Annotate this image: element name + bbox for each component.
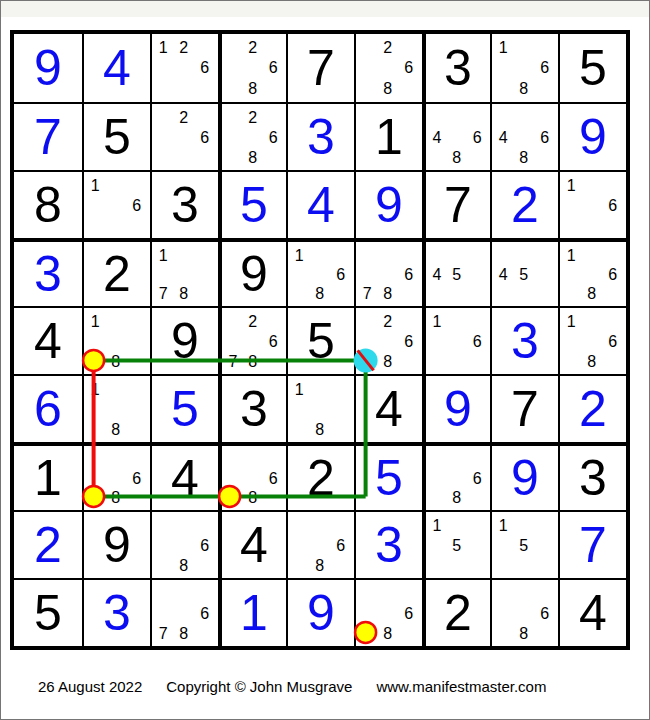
pencilmark-7: 7 [154, 624, 172, 642]
cell-r3c3[interactable]: 3 [150, 170, 218, 238]
pencilmark-1: 1 [428, 516, 446, 534]
cell-r5c3[interactable]: 9 [150, 306, 218, 374]
cell-r9c8[interactable]: 68 [490, 578, 558, 646]
pencilmark-8: 8 [378, 624, 396, 642]
cell-r6c3[interactable]: 5 [150, 374, 218, 442]
cell-r3c7[interactable]: 7 [422, 170, 490, 238]
cell-r4c6[interactable]: 678 [354, 238, 422, 306]
cell-r8c7[interactable]: 15 [422, 510, 490, 578]
cell-value: 4 [579, 588, 607, 638]
pencilmark-4: 4 [494, 128, 512, 146]
pencilmark-8: 8 [244, 148, 262, 166]
cell-r7c8[interactable]: 9 [490, 442, 558, 510]
caption: 26 August 2022Copyright © John Musgravew… [38, 678, 546, 695]
cell-r1c1[interactable]: 9 [14, 34, 82, 102]
cell-value: 1 [34, 453, 62, 503]
caption-copyright: Copyright © John Musgrave [166, 678, 352, 695]
cell-value: 7 [307, 43, 335, 93]
cell-r4c2[interactable]: 2 [82, 238, 150, 306]
pencilmark-5: 5 [448, 265, 466, 283]
pencilmark-8: 8 [310, 284, 328, 302]
cell-r2c2[interactable]: 5 [82, 102, 150, 170]
caption-website: www.manifestmaster.com [376, 678, 546, 695]
cell-r2c6[interactable]: 1 [354, 102, 422, 170]
pencilmark-8: 8 [310, 420, 328, 438]
pencilmark-8: 8 [244, 488, 262, 506]
cell-r2c5[interactable]: 3 [286, 102, 354, 170]
pencilmark-6: 6 [128, 196, 146, 214]
pencilmark-8: 8 [378, 352, 396, 370]
pencilmark-8: 8 [310, 556, 328, 574]
pencilmark-8: 8 [244, 352, 262, 370]
cell-value: 5 [240, 180, 268, 230]
pencilmark-8: 8 [448, 148, 466, 166]
cell-r8c2[interactable]: 9 [82, 510, 150, 578]
cell-r9c1[interactable]: 5 [14, 578, 82, 646]
cell-r3c4[interactable]: 5 [218, 170, 286, 238]
pencilmark-7: 7 [154, 284, 172, 302]
cell-r7c3[interactable]: 4 [150, 442, 218, 510]
cell-value: 3 [579, 453, 607, 503]
pencilmark-6: 6 [604, 196, 622, 214]
cell-value: 2 [307, 453, 335, 503]
cell-value: 3 [34, 249, 62, 299]
cell-r5c2[interactable]: 178 [82, 306, 150, 374]
cell-value: 5 [103, 112, 131, 162]
cell-r8c6[interactable]: 3 [354, 510, 422, 578]
cell-r2c1[interactable]: 7 [14, 102, 82, 170]
cell-r2c7[interactable]: 468 [422, 102, 490, 170]
cell-r5c6[interactable]: 2678 [354, 306, 422, 374]
pencilmark-4: 4 [428, 128, 446, 146]
cell-r5c7[interactable]: 16 [422, 306, 490, 374]
cell-value: 9 [375, 180, 403, 230]
cell-value: 9 [511, 453, 539, 503]
cell-value: 4 [171, 453, 199, 503]
caption-date: 26 August 2022 [38, 678, 142, 695]
cell-value: 4 [375, 384, 403, 434]
pencilmark-2: 2 [244, 38, 262, 57]
cell-value: 5 [307, 316, 335, 366]
pencilmark-2: 2 [174, 108, 192, 126]
cell-r2c3[interactable]: 26 [150, 102, 218, 170]
pencilmark-7: 7 [224, 352, 242, 370]
pencilmark-1: 1 [86, 312, 104, 330]
cell-value: 5 [34, 588, 62, 638]
cell-r6c2[interactable]: 18 [82, 374, 150, 442]
cell-value: 7 [511, 384, 539, 434]
cell-r5c5[interactable]: 5 [286, 306, 354, 374]
cell-r3c8[interactable]: 2 [490, 170, 558, 238]
cell-value: 1 [375, 112, 403, 162]
cell-value: 3 [171, 180, 199, 230]
cell-r9c9[interactable]: 4 [558, 578, 626, 646]
cell-r1c2[interactable]: 4 [82, 34, 150, 102]
pencilmark-6: 6 [400, 58, 418, 77]
pencilmark-6: 6 [264, 128, 282, 146]
cell-r8c8[interactable]: 15 [490, 510, 558, 578]
cell-r6c1[interactable]: 6 [14, 374, 82, 442]
cell-r1c7[interactable]: 3 [422, 34, 490, 102]
pencilmark-2: 2 [378, 312, 396, 330]
pencilmark-6: 6 [332, 536, 350, 554]
cell-value: 7 [34, 112, 62, 162]
cell-r9c3[interactable]: 678 [150, 578, 218, 646]
cell-r9c5[interactable]: 9 [286, 578, 354, 646]
cell-r7c1[interactable]: 1 [14, 442, 82, 510]
cell-value: 8 [34, 180, 62, 230]
pencilmark-1: 1 [562, 312, 580, 330]
pencilmark-8: 8 [582, 284, 600, 302]
pencilmark-8: 8 [106, 420, 124, 438]
cell-r8c4[interactable]: 4 [218, 510, 286, 578]
pencilmark-6: 6 [264, 332, 282, 350]
cell-r8c1[interactable]: 2 [14, 510, 82, 578]
pencilmark-7: 7 [86, 488, 104, 506]
pencilmark-5: 5 [514, 536, 532, 554]
cell-r1c3[interactable]: 126 [150, 34, 218, 102]
cell-r7c4[interactable]: 678 [218, 442, 286, 510]
cell-r5c4[interactable]: 2678 [218, 306, 286, 374]
cell-r1c5[interactable]: 7 [286, 34, 354, 102]
cell-value: 4 [34, 316, 62, 366]
cell-value: 5 [171, 384, 199, 434]
cell-value: 9 [103, 520, 131, 570]
cell-r8c9[interactable]: 7 [558, 510, 626, 578]
cell-value: 2 [579, 384, 607, 434]
pencilmark-2: 2 [244, 108, 262, 126]
cell-r7c7[interactable]: 68 [422, 442, 490, 510]
pencilmark-8: 8 [582, 352, 600, 370]
cell-r4c7[interactable]: 45 [422, 238, 490, 306]
cell-r8c5[interactable]: 68 [286, 510, 354, 578]
pencilmark-6: 6 [196, 128, 214, 146]
cell-value: 9 [307, 588, 335, 638]
cell-r1c4[interactable]: 268 [218, 34, 286, 102]
pencilmark-6: 6 [128, 469, 146, 487]
pencilmark-7: 7 [358, 352, 376, 370]
pencilmark-8: 8 [106, 488, 124, 506]
pencilmark-6: 6 [400, 332, 418, 350]
cell-r2c8[interactable]: 468 [490, 102, 558, 170]
cell-value: 3 [375, 520, 403, 570]
cell-r2c9[interactable]: 9 [558, 102, 626, 170]
cell-r3c2[interactable]: 16 [82, 170, 150, 238]
pencilmark-8: 8 [174, 284, 192, 302]
cell-r7c9[interactable]: 3 [558, 442, 626, 510]
pencilmark-4: 4 [428, 265, 446, 283]
cell-r6c8[interactable]: 7 [490, 374, 558, 442]
board: 9412626872683168575262683146846898163549… [10, 30, 630, 650]
pencilmark-7: 7 [86, 352, 104, 370]
pencilmark-8: 8 [174, 624, 192, 642]
cell-value: 2 [444, 588, 472, 638]
pencilmark-6: 6 [332, 265, 350, 283]
pencilmark-6: 6 [196, 536, 214, 554]
pencilmark-6: 6 [604, 332, 622, 350]
cell-value: 3 [511, 316, 539, 366]
pencilmark-1: 1 [428, 312, 446, 330]
pencilmark-6: 6 [264, 58, 282, 77]
pencilmark-1: 1 [154, 246, 172, 264]
pencilmark-1: 1 [494, 516, 512, 534]
pencilmark-7: 7 [224, 488, 242, 506]
pencilmark-6: 6 [536, 128, 554, 146]
pencilmark-8: 8 [244, 79, 262, 98]
pencilmark-6: 6 [264, 469, 282, 487]
cell-r6c6[interactable]: 4 [354, 374, 422, 442]
cell-r9c6[interactable]: 678 [354, 578, 422, 646]
pencilmark-8: 8 [448, 488, 466, 506]
pencilmark-2: 2 [174, 38, 192, 57]
pencilmark-6: 6 [468, 128, 486, 146]
cell-value: 9 [579, 112, 607, 162]
cell-r5c9[interactable]: 168 [558, 306, 626, 374]
pencilmark-6: 6 [400, 265, 418, 283]
cell-value: 2 [103, 249, 131, 299]
pencilmark-6: 6 [604, 265, 622, 283]
pencilmark-1: 1 [562, 176, 580, 194]
pencilmark-1: 1 [154, 38, 172, 57]
cell-value: 4 [240, 520, 268, 570]
cell-value: 6 [34, 384, 62, 434]
cell-r9c2[interactable]: 3 [82, 578, 150, 646]
cell-value: 2 [511, 180, 539, 230]
cell-r3c9[interactable]: 16 [558, 170, 626, 238]
pencilmark-1: 1 [290, 246, 308, 264]
cell-value: 9 [240, 249, 268, 299]
cell-value: 4 [307, 180, 335, 230]
page-frame: 9412626872683168575262683146846898163549… [0, 0, 650, 720]
cell-r3c6[interactable]: 9 [354, 170, 422, 238]
cell-value: 9 [444, 384, 472, 434]
pencilmark-1: 1 [562, 246, 580, 264]
cell-r3c1[interactable]: 8 [14, 170, 82, 238]
cell-value: 4 [103, 43, 131, 93]
cell-r1c9[interactable]: 5 [558, 34, 626, 102]
pencilmark-2: 2 [244, 312, 262, 330]
pencilmark-1: 1 [86, 176, 104, 194]
pencilmark-8: 8 [106, 352, 124, 370]
pencilmark-1: 1 [86, 380, 104, 398]
pencilmark-6: 6 [468, 332, 486, 350]
pencilmark-7: 7 [358, 624, 376, 642]
cell-value: 3 [307, 112, 335, 162]
cell-r9c7[interactable]: 2 [422, 578, 490, 646]
pencilmark-6: 6 [468, 469, 486, 487]
cell-r7c5[interactable]: 2 [286, 442, 354, 510]
cell-r1c6[interactable]: 268 [354, 34, 422, 102]
cell-r2c4[interactable]: 268 [218, 102, 286, 170]
pencilmark-5: 5 [514, 265, 532, 283]
pencilmark-7: 7 [358, 284, 376, 302]
pencilmark-1: 1 [494, 38, 512, 57]
pencilmark-6: 6 [196, 604, 214, 622]
cell-r4c5[interactable]: 168 [286, 238, 354, 306]
pencilmark-2: 2 [378, 38, 396, 57]
cell-r6c4[interactable]: 3 [218, 374, 286, 442]
pencilmark-5: 5 [448, 536, 466, 554]
cell-value: 7 [579, 520, 607, 570]
pencilmark-8: 8 [378, 284, 396, 302]
cell-r5c8[interactable]: 3 [490, 306, 558, 374]
cell-r6c5[interactable]: 18 [286, 374, 354, 442]
cell-r7c2[interactable]: 678 [82, 442, 150, 510]
cell-r3c5[interactable]: 4 [286, 170, 354, 238]
top-band [1, 1, 649, 17]
cell-r5c1[interactable]: 4 [14, 306, 82, 374]
pencilmark-8: 8 [174, 556, 192, 574]
cell-value: 2 [34, 520, 62, 570]
cell-r7c6[interactable]: 5 [354, 442, 422, 510]
cell-r4c8[interactable]: 45 [490, 238, 558, 306]
cell-value: 7 [444, 180, 472, 230]
pencilmark-1: 1 [290, 380, 308, 398]
cell-r9c4[interactable]: 1 [218, 578, 286, 646]
pencilmark-8: 8 [514, 624, 532, 642]
cell-value: 3 [444, 43, 472, 93]
cell-r4c9[interactable]: 168 [558, 238, 626, 306]
cell-r4c4[interactable]: 9 [218, 238, 286, 306]
cell-value: 9 [171, 316, 199, 366]
cell-value: 5 [375, 453, 403, 503]
cell-r4c3[interactable]: 178 [150, 238, 218, 306]
pencilmark-8: 8 [378, 79, 396, 98]
cell-value: 3 [240, 384, 268, 434]
cell-value: 1 [240, 588, 268, 638]
cell-r6c7[interactable]: 9 [422, 374, 490, 442]
cell-value: 9 [34, 43, 62, 93]
pencilmark-8: 8 [514, 148, 532, 166]
pencilmark-6: 6 [400, 604, 418, 622]
cell-value: 5 [579, 43, 607, 93]
pencilmark-6: 6 [196, 58, 214, 77]
cell-r6c9[interactable]: 2 [558, 374, 626, 442]
pencilmark-6: 6 [536, 604, 554, 622]
pencilmark-8: 8 [514, 79, 532, 98]
cell-value: 3 [103, 588, 131, 638]
cell-r8c3[interactable]: 68 [150, 510, 218, 578]
pencilmark-6: 6 [536, 58, 554, 77]
cell-r4c1[interactable]: 3 [14, 238, 82, 306]
cell-r1c8[interactable]: 168 [490, 34, 558, 102]
pencilmark-4: 4 [494, 265, 512, 283]
